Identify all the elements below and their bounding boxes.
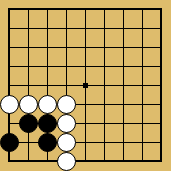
board-intersection[interactable] — [19, 0, 38, 19]
board-intersection[interactable] — [19, 152, 38, 171]
board-intersection[interactable] — [95, 38, 114, 57]
board-intersection[interactable] — [152, 95, 171, 114]
board-intersection[interactable] — [133, 152, 152, 171]
board-intersection[interactable] — [38, 76, 57, 95]
board-intersection[interactable] — [152, 0, 171, 19]
board-intersection[interactable] — [114, 76, 133, 95]
stones-grid — [0, 0, 171, 171]
white-stone — [57, 152, 76, 171]
board-intersection[interactable] — [133, 0, 152, 19]
board-intersection[interactable] — [0, 76, 19, 95]
white-stone — [0, 95, 19, 114]
board-intersection[interactable] — [76, 38, 95, 57]
board-intersection[interactable] — [57, 133, 76, 152]
board-intersection[interactable] — [152, 19, 171, 38]
black-stone — [19, 114, 38, 133]
board-intersection[interactable] — [114, 0, 133, 19]
board-intersection[interactable] — [76, 133, 95, 152]
board-intersection[interactable] — [38, 114, 57, 133]
board-intersection[interactable] — [95, 95, 114, 114]
board-intersection[interactable] — [57, 0, 76, 19]
board-intersection[interactable] — [57, 76, 76, 95]
board-intersection[interactable] — [133, 114, 152, 133]
board-intersection[interactable] — [133, 19, 152, 38]
board-intersection[interactable] — [133, 57, 152, 76]
board-intersection[interactable] — [19, 133, 38, 152]
board-intersection[interactable] — [0, 38, 19, 57]
board-intersection[interactable] — [133, 133, 152, 152]
board-intersection[interactable] — [19, 114, 38, 133]
board-intersection[interactable] — [0, 152, 19, 171]
board-intersection[interactable] — [0, 95, 19, 114]
board-intersection[interactable] — [76, 152, 95, 171]
black-stone — [38, 114, 57, 133]
board-intersection[interactable] — [38, 38, 57, 57]
board-intersection[interactable] — [95, 19, 114, 38]
board-intersection[interactable] — [114, 95, 133, 114]
board-intersection[interactable] — [152, 57, 171, 76]
board-intersection[interactable] — [38, 152, 57, 171]
board-intersection[interactable] — [0, 0, 19, 19]
white-stone — [19, 95, 38, 114]
board-intersection[interactable] — [95, 0, 114, 19]
board-intersection[interactable] — [95, 114, 114, 133]
board-intersection[interactable] — [19, 38, 38, 57]
board-intersection[interactable] — [133, 76, 152, 95]
white-stone — [38, 95, 57, 114]
board-intersection[interactable] — [133, 95, 152, 114]
board-intersection[interactable] — [76, 114, 95, 133]
board-intersection[interactable] — [19, 57, 38, 76]
board-intersection[interactable] — [114, 152, 133, 171]
board-intersection[interactable] — [76, 19, 95, 38]
board-intersection[interactable] — [38, 0, 57, 19]
board-intersection[interactable] — [19, 76, 38, 95]
board-intersection[interactable] — [76, 76, 95, 95]
board-intersection[interactable] — [76, 57, 95, 76]
white-stone — [57, 114, 76, 133]
board-intersection[interactable] — [19, 95, 38, 114]
black-stone — [0, 133, 19, 152]
board-intersection[interactable] — [95, 133, 114, 152]
board-intersection[interactable] — [38, 57, 57, 76]
board-intersection[interactable] — [76, 0, 95, 19]
board-intersection[interactable] — [57, 152, 76, 171]
board-intersection[interactable] — [152, 38, 171, 57]
board-intersection[interactable] — [95, 152, 114, 171]
board-intersection[interactable] — [19, 19, 38, 38]
board-intersection[interactable] — [114, 19, 133, 38]
board-intersection[interactable] — [95, 76, 114, 95]
board-intersection[interactable] — [38, 133, 57, 152]
board-intersection[interactable] — [38, 95, 57, 114]
board-intersection[interactable] — [0, 114, 19, 133]
board-intersection[interactable] — [0, 19, 19, 38]
board-intersection[interactable] — [0, 57, 19, 76]
board-intersection[interactable] — [152, 152, 171, 171]
white-stone — [57, 133, 76, 152]
board-intersection[interactable] — [0, 133, 19, 152]
board-intersection[interactable] — [114, 114, 133, 133]
board-intersection[interactable] — [95, 57, 114, 76]
board-intersection[interactable] — [114, 57, 133, 76]
board-intersection[interactable] — [114, 38, 133, 57]
board-intersection[interactable] — [38, 19, 57, 38]
board-intersection[interactable] — [133, 38, 152, 57]
board-intersection[interactable] — [57, 19, 76, 38]
board-intersection[interactable] — [57, 95, 76, 114]
board-intersection[interactable] — [76, 95, 95, 114]
board-intersection[interactable] — [57, 38, 76, 57]
go-board — [0, 0, 171, 171]
white-stone — [57, 95, 76, 114]
board-intersection[interactable] — [57, 114, 76, 133]
board-intersection[interactable] — [152, 114, 171, 133]
board-intersection[interactable] — [57, 57, 76, 76]
board-intersection[interactable] — [152, 76, 171, 95]
board-intersection[interactable] — [152, 133, 171, 152]
board-intersection[interactable] — [114, 133, 133, 152]
black-stone — [38, 133, 57, 152]
